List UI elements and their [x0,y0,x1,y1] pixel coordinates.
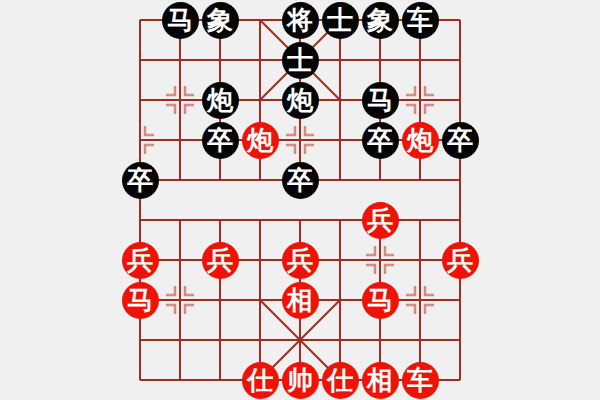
piece-red-elephant[interactable]: 相 [282,282,319,319]
piece-black-soldier[interactable]: 卒 [202,122,239,159]
xiangqi-app: 马象将士象车士炮炮马卒卒卒卒卒炮炮兵兵兵兵兵马相马仕帅仕相车 [0,0,600,400]
piece-red-cannon[interactable]: 炮 [402,122,439,159]
piece-black-advisor[interactable]: 士 [322,2,359,39]
piece-red-soldier[interactable]: 兵 [362,202,399,239]
piece-black-horse[interactable]: 马 [162,2,199,39]
piece-red-horse[interactable]: 马 [362,282,399,319]
piece-black-advisor[interactable]: 士 [282,42,319,79]
piece-black-cannon[interactable]: 炮 [202,82,239,119]
piece-black-soldier[interactable]: 卒 [362,122,399,159]
piece-red-soldier[interactable]: 兵 [202,242,239,279]
piece-red-general[interactable]: 帅 [282,362,319,399]
piece-black-soldier[interactable]: 卒 [442,122,479,159]
piece-red-soldier[interactable]: 兵 [122,242,159,279]
piece-black-general[interactable]: 将 [282,2,319,39]
piece-red-advisor[interactable]: 仕 [322,362,359,399]
piece-red-advisor[interactable]: 仕 [242,362,279,399]
piece-black-horse[interactable]: 马 [362,82,399,119]
piece-red-chariot[interactable]: 车 [402,362,439,399]
piece-black-cannon[interactable]: 炮 [282,82,319,119]
piece-red-horse[interactable]: 马 [122,282,159,319]
piece-red-soldier[interactable]: 兵 [282,242,319,279]
piece-red-elephant[interactable]: 相 [362,362,399,399]
piece-black-elephant[interactable]: 象 [362,2,399,39]
piece-black-soldier[interactable]: 卒 [282,162,319,199]
xiangqi-board[interactable]: 马象将士象车士炮炮马卒卒卒卒卒炮炮兵兵兵兵兵马相马仕帅仕相车 [120,0,480,400]
piece-black-soldier[interactable]: 卒 [122,162,159,199]
piece-red-soldier[interactable]: 兵 [442,242,479,279]
piece-red-cannon[interactable]: 炮 [242,122,279,159]
piece-black-chariot[interactable]: 车 [402,2,439,39]
piece-black-elephant[interactable]: 象 [202,2,239,39]
